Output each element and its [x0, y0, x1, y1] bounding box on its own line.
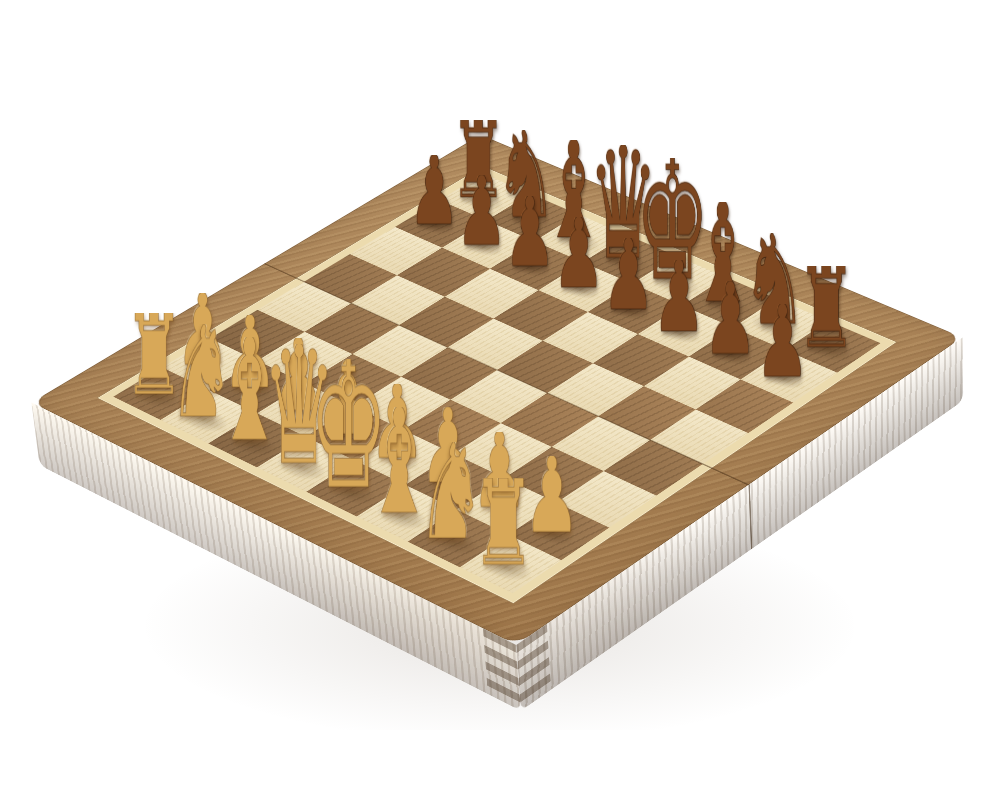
- scene-tilt: ♜♞♝♛♚♝♞♜♟♟♟♟♟♟♟♟♟♟♟♟♟♟♟♟♜♞♝♛♚♝♞♜: [0, 0, 1000, 800]
- black-pawn-glyph: ♟: [755, 304, 809, 381]
- black-pawn-glyph: ♟: [652, 260, 705, 335]
- chess-board: ♜♞♝♛♚♝♞♜♟♟♟♟♟♟♟♟♟♟♟♟♟♟♟♟♜♞♝♛♚♝♞♜: [31, 135, 962, 645]
- fold-seam-side: [748, 484, 752, 550]
- black-pawn-glyph: ♟: [456, 175, 508, 248]
- white-rook-glyph: ♜: [471, 478, 535, 568]
- corner-finger-joint: [483, 628, 521, 711]
- black-pawn-glyph: ♟: [552, 217, 605, 291]
- black-pawn-glyph: ♟: [504, 196, 556, 270]
- black-pawn-glyph: ♟: [409, 155, 460, 228]
- black-pawn-glyph: ♟: [602, 238, 655, 313]
- product-photo-stage: ♜♞♝♛♚♝♞♜♟♟♟♟♟♟♟♟♟♟♟♟♟♟♟♟♜♞♝♛♚♝♞♜: [0, 0, 1000, 800]
- black-pawn-glyph: ♟: [703, 281, 757, 357]
